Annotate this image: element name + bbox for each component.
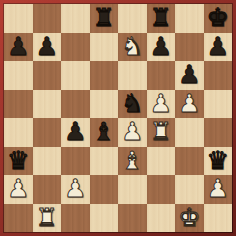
- black-pawn-h7[interactable]: ♟: [204, 33, 233, 62]
- square-b5[interactable]: [33, 90, 62, 119]
- black-rook-d8[interactable]: ♜: [90, 4, 119, 33]
- square-b7[interactable]: ♟: [33, 33, 62, 62]
- square-b4[interactable]: [33, 118, 62, 147]
- square-d8[interactable]: ♜: [90, 4, 119, 33]
- chess-board: ♜♜♚♟♟♞♟♟♟♞♟♟♟♝♟♜♛♝♛♟♟♟♜♚: [4, 4, 232, 232]
- square-c4[interactable]: ♟: [61, 118, 90, 147]
- black-pawn-g6[interactable]: ♟: [175, 61, 204, 90]
- square-b6[interactable]: [33, 61, 62, 90]
- square-g4[interactable]: [175, 118, 204, 147]
- square-g5[interactable]: ♟: [175, 90, 204, 119]
- square-d6[interactable]: [90, 61, 119, 90]
- square-c3[interactable]: [61, 147, 90, 176]
- square-g8[interactable]: [175, 4, 204, 33]
- square-d1[interactable]: [90, 204, 119, 233]
- square-a1[interactable]: [4, 204, 33, 233]
- square-d5[interactable]: [90, 90, 119, 119]
- square-e8[interactable]: [118, 4, 147, 33]
- square-c6[interactable]: [61, 61, 90, 90]
- black-rook-f8[interactable]: ♜: [147, 4, 176, 33]
- white-rook-b1[interactable]: ♜: [33, 204, 62, 233]
- square-e1[interactable]: [118, 204, 147, 233]
- white-pawn-e4[interactable]: ♟: [118, 118, 147, 147]
- square-g6[interactable]: ♟: [175, 61, 204, 90]
- square-f5[interactable]: ♟: [147, 90, 176, 119]
- square-a3[interactable]: ♛: [4, 147, 33, 176]
- square-a7[interactable]: ♟: [4, 33, 33, 62]
- square-c8[interactable]: [61, 4, 90, 33]
- square-e6[interactable]: [118, 61, 147, 90]
- black-pawn-a7[interactable]: ♟: [4, 33, 33, 62]
- square-e3[interactable]: ♝: [118, 147, 147, 176]
- square-h1[interactable]: [204, 204, 233, 233]
- white-knight-e7[interactable]: ♞: [118, 33, 147, 62]
- black-king-h8[interactable]: ♚: [204, 4, 233, 33]
- square-h4[interactable]: [204, 118, 233, 147]
- black-bishop-d4[interactable]: ♝: [90, 118, 119, 147]
- black-pawn-c4[interactable]: ♟: [61, 118, 90, 147]
- square-b1[interactable]: ♜: [33, 204, 62, 233]
- square-e2[interactable]: [118, 175, 147, 204]
- square-h8[interactable]: ♚: [204, 4, 233, 33]
- square-h5[interactable]: [204, 90, 233, 119]
- square-h2[interactable]: ♟: [204, 175, 233, 204]
- white-pawn-a2[interactable]: ♟: [4, 175, 33, 204]
- square-h7[interactable]: ♟: [204, 33, 233, 62]
- black-knight-e5[interactable]: ♞: [118, 90, 147, 119]
- square-f2[interactable]: [147, 175, 176, 204]
- black-queen-a3[interactable]: ♛: [4, 147, 33, 176]
- square-f3[interactable]: [147, 147, 176, 176]
- square-a4[interactable]: [4, 118, 33, 147]
- square-c7[interactable]: [61, 33, 90, 62]
- black-queen-h3[interactable]: ♛: [204, 147, 233, 176]
- square-e5[interactable]: ♞: [118, 90, 147, 119]
- square-c1[interactable]: [61, 204, 90, 233]
- white-bishop-e3[interactable]: ♝: [118, 147, 147, 176]
- square-f6[interactable]: [147, 61, 176, 90]
- square-a6[interactable]: [4, 61, 33, 90]
- square-a8[interactable]: [4, 4, 33, 33]
- square-b2[interactable]: [33, 175, 62, 204]
- square-f1[interactable]: [147, 204, 176, 233]
- square-g3[interactable]: [175, 147, 204, 176]
- square-c5[interactable]: [61, 90, 90, 119]
- square-c2[interactable]: ♟: [61, 175, 90, 204]
- square-g1[interactable]: ♚: [175, 204, 204, 233]
- black-pawn-f7[interactable]: ♟: [147, 33, 176, 62]
- square-f4[interactable]: ♜: [147, 118, 176, 147]
- white-pawn-g5[interactable]: ♟: [175, 90, 204, 119]
- square-h3[interactable]: ♛: [204, 147, 233, 176]
- square-f8[interactable]: ♜: [147, 4, 176, 33]
- square-e4[interactable]: ♟: [118, 118, 147, 147]
- white-rook-f4[interactable]: ♜: [147, 118, 176, 147]
- square-g2[interactable]: [175, 175, 204, 204]
- board-frame: ♜♜♚♟♟♞♟♟♟♞♟♟♟♝♟♜♛♝♛♟♟♟♜♚: [0, 0, 236, 236]
- square-e7[interactable]: ♞: [118, 33, 147, 62]
- square-d7[interactable]: [90, 33, 119, 62]
- square-b3[interactable]: [33, 147, 62, 176]
- square-a5[interactable]: [4, 90, 33, 119]
- square-d2[interactable]: [90, 175, 119, 204]
- square-h6[interactable]: [204, 61, 233, 90]
- white-pawn-c2[interactable]: ♟: [61, 175, 90, 204]
- square-d4[interactable]: ♝: [90, 118, 119, 147]
- black-pawn-b7[interactable]: ♟: [33, 33, 62, 62]
- square-f7[interactable]: ♟: [147, 33, 176, 62]
- square-b8[interactable]: [33, 4, 62, 33]
- square-a2[interactable]: ♟: [4, 175, 33, 204]
- square-d3[interactable]: [90, 147, 119, 176]
- white-king-g1[interactable]: ♚: [175, 204, 204, 233]
- white-pawn-h2[interactable]: ♟: [204, 175, 233, 204]
- square-g7[interactable]: [175, 33, 204, 62]
- white-pawn-f5[interactable]: ♟: [147, 90, 176, 119]
